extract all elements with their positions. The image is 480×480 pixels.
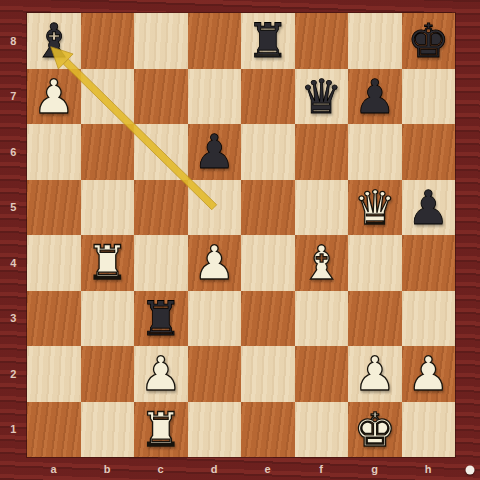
square-e4[interactable] xyxy=(241,235,295,291)
square-a2[interactable] xyxy=(27,346,81,402)
square-a4[interactable] xyxy=(27,235,81,291)
piece-white-rook[interactable]: ♜ xyxy=(134,402,188,458)
file-label-c: c xyxy=(157,463,164,475)
chess-board[interactable]: ♝♜♚♟♛♟♟♛♟♜♟♝♜♟♟♟♜♚ xyxy=(27,13,455,457)
square-f1[interactable] xyxy=(295,402,349,458)
square-b2[interactable] xyxy=(81,346,135,402)
file-label-f: f xyxy=(319,463,323,475)
piece-black-pawn[interactable]: ♟ xyxy=(402,180,456,236)
file-label-d: d xyxy=(211,463,218,475)
square-h6[interactable] xyxy=(402,124,456,180)
square-a8[interactable]: ♝ xyxy=(27,13,81,69)
square-e7[interactable] xyxy=(241,69,295,125)
square-a6[interactable] xyxy=(27,124,81,180)
square-d1[interactable] xyxy=(188,402,242,458)
piece-black-pawn[interactable]: ♟ xyxy=(188,124,242,180)
file-label-b: b xyxy=(104,463,111,475)
rank-label-1: 1 xyxy=(10,423,17,435)
square-c6[interactable] xyxy=(134,124,188,180)
rank-label-2: 2 xyxy=(10,368,17,380)
square-f4[interactable]: ♝ xyxy=(295,235,349,291)
square-h2[interactable]: ♟ xyxy=(402,346,456,402)
square-d3[interactable] xyxy=(188,291,242,347)
square-g4[interactable] xyxy=(348,235,402,291)
square-h1[interactable] xyxy=(402,402,456,458)
piece-white-pawn[interactable]: ♟ xyxy=(348,346,402,402)
piece-white-pawn[interactable]: ♟ xyxy=(134,346,188,402)
file-label-g: g xyxy=(371,463,378,475)
square-e2[interactable] xyxy=(241,346,295,402)
square-f8[interactable] xyxy=(295,13,349,69)
rank-label-3: 3 xyxy=(10,312,17,324)
piece-white-pawn[interactable]: ♟ xyxy=(402,346,456,402)
square-f7[interactable]: ♛ xyxy=(295,69,349,125)
piece-black-pawn[interactable]: ♟ xyxy=(348,69,402,125)
square-g3[interactable] xyxy=(348,291,402,347)
square-a3[interactable] xyxy=(27,291,81,347)
square-f6[interactable] xyxy=(295,124,349,180)
piece-black-rook[interactable]: ♜ xyxy=(134,291,188,347)
square-b7[interactable] xyxy=(81,69,135,125)
square-d8[interactable] xyxy=(188,13,242,69)
square-c7[interactable] xyxy=(134,69,188,125)
square-h4[interactable] xyxy=(402,235,456,291)
square-e1[interactable] xyxy=(241,402,295,458)
square-e8[interactable]: ♜ xyxy=(241,13,295,69)
file-label-e: e xyxy=(264,463,271,475)
square-e5[interactable] xyxy=(241,180,295,236)
square-c4[interactable] xyxy=(134,235,188,291)
square-g6[interactable] xyxy=(348,124,402,180)
square-f5[interactable] xyxy=(295,180,349,236)
file-label-a: a xyxy=(50,463,57,475)
rank-label-8: 8 xyxy=(10,35,17,47)
square-d5[interactable] xyxy=(188,180,242,236)
square-b8[interactable] xyxy=(81,13,135,69)
square-h5[interactable]: ♟ xyxy=(402,180,456,236)
piece-white-bishop[interactable]: ♝ xyxy=(295,235,349,291)
square-a7[interactable]: ♟ xyxy=(27,69,81,125)
square-b4[interactable]: ♜ xyxy=(81,235,135,291)
square-f3[interactable] xyxy=(295,291,349,347)
square-f2[interactable] xyxy=(295,346,349,402)
square-a1[interactable] xyxy=(27,402,81,458)
piece-white-queen[interactable]: ♛ xyxy=(348,180,402,236)
square-d6[interactable]: ♟ xyxy=(188,124,242,180)
square-b1[interactable] xyxy=(81,402,135,458)
square-c8[interactable] xyxy=(134,13,188,69)
square-b5[interactable] xyxy=(81,180,135,236)
board-frame: ♝♜♚♟♛♟♟♛♟♜♟♝♜♟♟♟♜♚ 87654321abcdefgh xyxy=(0,0,480,480)
piece-black-king[interactable]: ♚ xyxy=(402,13,456,69)
piece-white-king[interactable]: ♚ xyxy=(348,402,402,458)
piece-black-rook[interactable]: ♜ xyxy=(241,13,295,69)
square-d2[interactable] xyxy=(188,346,242,402)
square-g1[interactable]: ♚ xyxy=(348,402,402,458)
square-g2[interactable]: ♟ xyxy=(348,346,402,402)
rank-label-7: 7 xyxy=(10,90,17,102)
square-d7[interactable] xyxy=(188,69,242,125)
piece-white-pawn[interactable]: ♟ xyxy=(188,235,242,291)
square-g8[interactable] xyxy=(348,13,402,69)
side-to-move-indicator xyxy=(466,466,475,475)
square-e3[interactable] xyxy=(241,291,295,347)
square-h7[interactable] xyxy=(402,69,456,125)
square-c5[interactable] xyxy=(134,180,188,236)
square-d4[interactable]: ♟ xyxy=(188,235,242,291)
square-a5[interactable] xyxy=(27,180,81,236)
square-g7[interactable]: ♟ xyxy=(348,69,402,125)
square-c1[interactable]: ♜ xyxy=(134,402,188,458)
rank-label-5: 5 xyxy=(10,201,17,213)
rank-label-6: 6 xyxy=(10,146,17,158)
square-h3[interactable] xyxy=(402,291,456,347)
square-c3[interactable]: ♜ xyxy=(134,291,188,347)
square-b6[interactable] xyxy=(81,124,135,180)
file-label-h: h xyxy=(425,463,432,475)
piece-black-queen[interactable]: ♛ xyxy=(295,69,349,125)
piece-white-pawn[interactable]: ♟ xyxy=(27,69,81,125)
square-b3[interactable] xyxy=(81,291,135,347)
rank-label-4: 4 xyxy=(10,257,17,269)
square-h8[interactable]: ♚ xyxy=(402,13,456,69)
piece-white-rook[interactable]: ♜ xyxy=(81,235,135,291)
piece-black-bishop[interactable]: ♝ xyxy=(27,13,81,69)
square-c2[interactable]: ♟ xyxy=(134,346,188,402)
square-g5[interactable]: ♛ xyxy=(348,180,402,236)
square-e6[interactable] xyxy=(241,124,295,180)
